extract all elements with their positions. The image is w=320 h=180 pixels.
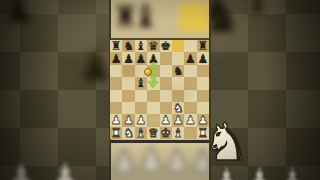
white-pawn[interactable]: ♟ — [111, 114, 122, 126]
background-white-pawn-icon: ♟ — [247, 164, 272, 180]
square-a1[interactable]: ♜ — [110, 127, 122, 139]
square-g1[interactable] — [184, 127, 196, 139]
chess-board[interactable]: ♜♞♝♛♚♜♟♟♟♟♟♟♞♝♞♟♟♟♟♟♟♟♜♞♝♛♚♝♜ — [110, 40, 209, 139]
white-pawn[interactable]: ♟ — [185, 114, 196, 126]
blurred-white-pawn-icon: ♟ — [111, 147, 138, 177]
suggestion-arrow-head — [147, 81, 159, 89]
square-a7[interactable]: ♟ — [110, 52, 122, 64]
blurred-white-pawn-icon: ♟ — [164, 146, 191, 176]
square-a4[interactable] — [110, 90, 122, 102]
black-queen[interactable]: ♛ — [148, 40, 159, 52]
white-pawn[interactable]: ♟ — [136, 114, 147, 126]
blurred-white-pawn-icon: ♟ — [190, 148, 209, 176]
black-bishop[interactable]: ♝ — [136, 77, 147, 89]
white-king[interactable]: ♚ — [160, 126, 171, 138]
square-g5[interactable] — [184, 77, 196, 89]
black-pawn[interactable]: ♟ — [123, 52, 134, 64]
square-e1[interactable]: ♚ — [160, 127, 172, 139]
white-bishop[interactable]: ♝ — [173, 126, 184, 138]
square-e6[interactable] — [160, 65, 172, 77]
black-pawn[interactable]: ♟ — [136, 52, 147, 64]
square-g4[interactable] — [184, 90, 196, 102]
square-d3[interactable] — [147, 102, 159, 114]
black-rook[interactable]: ♜ — [111, 40, 122, 52]
square-f5[interactable] — [172, 77, 184, 89]
white-rook[interactable]: ♜ — [197, 126, 208, 138]
background-white-pawn-icon: ♟ — [280, 164, 305, 180]
square-d1[interactable]: ♛ — [147, 127, 159, 139]
blurred-highlight-square — [179, 2, 209, 32]
square-b6[interactable] — [122, 65, 134, 77]
black-pawn[interactable]: ♟ — [197, 52, 208, 64]
white-pawn[interactable]: ♟ — [123, 114, 134, 126]
blurred-black-bishop-icon: ♝ — [131, 0, 160, 32]
square-g6[interactable] — [184, 65, 196, 77]
square-a5[interactable] — [110, 77, 122, 89]
square-c4[interactable] — [135, 90, 147, 102]
square-c7[interactable]: ♟ — [135, 52, 147, 64]
white-rook[interactable]: ♜ — [111, 126, 122, 138]
square-e5[interactable] — [160, 77, 172, 89]
white-bishop[interactable]: ♝ — [136, 126, 147, 138]
background-white-pawn-icon: ♟ — [6, 158, 36, 180]
black-knight[interactable]: ♞ — [173, 64, 184, 76]
square-g7[interactable]: ♟ — [184, 52, 196, 64]
square-d4[interactable] — [147, 90, 159, 102]
black-pawn[interactable]: ♟ — [185, 52, 196, 64]
square-c5[interactable]: ♝ — [135, 77, 147, 89]
square-h6[interactable] — [197, 65, 209, 77]
square-c1[interactable]: ♝ — [135, 127, 147, 139]
black-rook[interactable]: ♜ — [197, 40, 208, 52]
background-black-pawn-icon: ♟ — [2, 0, 34, 28]
white-queen[interactable]: ♛ — [148, 126, 159, 138]
square-h1[interactable]: ♜ — [197, 127, 209, 139]
background-white-pawn-icon: ♟ — [214, 164, 239, 180]
square-f8[interactable] — [172, 40, 184, 52]
black-pawn[interactable]: ♟ — [111, 52, 122, 64]
square-h5[interactable] — [197, 77, 209, 89]
square-h4[interactable] — [197, 90, 209, 102]
white-knight[interactable]: ♞ — [173, 102, 184, 114]
black-king[interactable]: ♚ — [160, 40, 171, 52]
strip-bottom-blur-band: ♟ ♟ ♟ ♟ — [111, 140, 209, 180]
white-pawn[interactable]: ♟ — [160, 114, 171, 126]
square-b4[interactable] — [122, 90, 134, 102]
square-e8[interactable]: ♚ — [160, 40, 172, 52]
background-white-pawn-icon: ♟ — [50, 158, 80, 180]
black-bishop[interactable]: ♝ — [136, 40, 147, 52]
square-f6[interactable]: ♞ — [172, 65, 184, 77]
black-knight[interactable]: ♞ — [123, 40, 134, 52]
square-e7[interactable] — [160, 52, 172, 64]
coin-marker-icon — [144, 68, 152, 76]
square-a6[interactable] — [110, 65, 122, 77]
square-b5[interactable] — [122, 77, 134, 89]
white-pawn[interactable]: ♟ — [197, 114, 208, 126]
square-b7[interactable]: ♟ — [122, 52, 134, 64]
square-f1[interactable]: ♝ — [172, 127, 184, 139]
square-g2[interactable]: ♟ — [184, 114, 196, 126]
white-knight[interactable]: ♞ — [123, 126, 134, 138]
square-h7[interactable]: ♟ — [197, 52, 209, 64]
white-pawn[interactable]: ♟ — [173, 114, 184, 126]
square-b1[interactable]: ♞ — [122, 127, 134, 139]
blurred-white-pawn-icon: ♟ — [137, 144, 166, 176]
background-black-bishop-icon: ♝ — [242, 0, 272, 18]
square-e4[interactable] — [160, 90, 172, 102]
strip-top-blur-band: ♜ ♝ — [111, 0, 209, 40]
